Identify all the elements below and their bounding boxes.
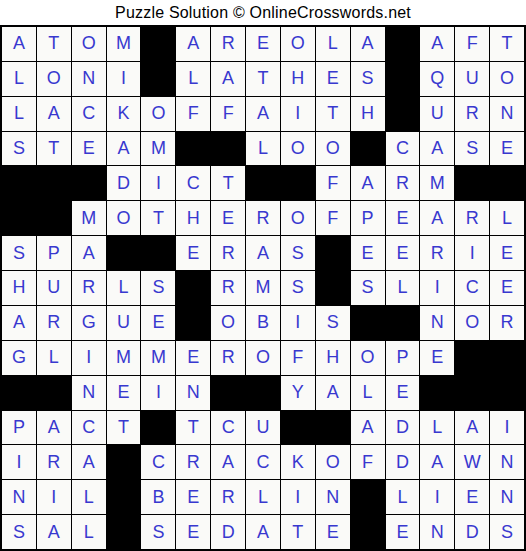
letter-cell: R — [72, 271, 106, 305]
black-cell — [107, 236, 141, 270]
letter-cell: T — [37, 27, 71, 61]
letter-cell: L — [72, 480, 106, 514]
letter-cell: U — [420, 97, 454, 131]
letter-cell: S — [2, 236, 36, 270]
letter-cell: M — [141, 341, 175, 375]
letter-cell: A — [72, 236, 106, 270]
letter-cell: O — [316, 132, 350, 166]
letter-cell: I — [420, 480, 454, 514]
letter-cell: D — [107, 166, 141, 200]
letter-cell: R — [37, 445, 71, 479]
letter-cell: U — [107, 306, 141, 340]
letter-cell: N — [420, 515, 454, 549]
black-cell — [420, 376, 454, 410]
letter-cell: R — [211, 341, 245, 375]
letter-cell: A — [37, 411, 71, 445]
letter-cell: O — [351, 341, 385, 375]
letter-cell: T — [107, 411, 141, 445]
letter-cell: M — [72, 201, 106, 235]
letter-cell: T — [211, 166, 245, 200]
letter-cell: E — [490, 236, 524, 270]
black-cell — [141, 62, 175, 96]
letter-cell: S — [141, 515, 175, 549]
black-cell — [316, 411, 350, 445]
letter-cell: E — [386, 236, 420, 270]
black-cell — [316, 236, 350, 270]
crossword-grid: ATOMAREOLAAFTLONILATHESQUOLACKOFFAITHURN… — [0, 25, 526, 551]
letter-cell: K — [107, 97, 141, 131]
letter-cell: O — [141, 97, 175, 131]
letter-cell: T — [37, 132, 71, 166]
letter-cell: A — [351, 27, 385, 61]
letter-cell: O — [72, 27, 106, 61]
letter-cell: I — [107, 62, 141, 96]
letter-cell: O — [316, 445, 350, 479]
letter-cell: L — [2, 97, 36, 131]
letter-cell: L — [246, 480, 280, 514]
letter-cell: P — [351, 201, 385, 235]
letter-cell: E — [176, 480, 210, 514]
letter-cell: S — [281, 271, 315, 305]
letter-cell: A — [420, 27, 454, 61]
letter-cell: G — [72, 306, 106, 340]
letter-cell: I — [72, 341, 106, 375]
letter-cell: L — [37, 341, 71, 375]
letter-cell: O — [211, 306, 245, 340]
letter-cell: L — [490, 201, 524, 235]
letter-cell: E — [386, 515, 420, 549]
letter-cell: C — [211, 411, 245, 445]
letter-cell: E — [246, 27, 280, 61]
letter-cell: P — [37, 236, 71, 270]
letter-cell: N — [72, 376, 106, 410]
letter-cell: E — [386, 376, 420, 410]
letter-cell: A — [37, 97, 71, 131]
letter-cell: O — [107, 201, 141, 235]
letter-cell: R — [455, 97, 489, 131]
letter-cell: S — [351, 62, 385, 96]
letter-cell: A — [420, 201, 454, 235]
letter-cell: H — [2, 271, 36, 305]
letter-cell: H — [316, 341, 350, 375]
letter-cell: L — [351, 376, 385, 410]
letter-cell: I — [141, 166, 175, 200]
letter-cell: N — [490, 97, 524, 131]
letter-cell: C — [176, 166, 210, 200]
letter-cell: T — [141, 201, 175, 235]
black-cell — [107, 515, 141, 549]
black-cell — [386, 62, 420, 96]
letter-cell: C — [141, 445, 175, 479]
letter-cell: S — [281, 236, 315, 270]
letter-cell: U — [37, 271, 71, 305]
black-cell — [351, 306, 385, 340]
letter-cell: I — [281, 97, 315, 131]
letter-cell: E — [490, 271, 524, 305]
letter-cell: N — [490, 480, 524, 514]
letter-cell: I — [420, 271, 454, 305]
letter-cell: T — [246, 62, 280, 96]
letter-cell: O — [281, 201, 315, 235]
letter-cell: E — [107, 376, 141, 410]
letter-cell: R — [211, 27, 245, 61]
black-cell — [176, 306, 210, 340]
letter-cell: C — [386, 132, 420, 166]
letter-cell: A — [37, 515, 71, 549]
letter-cell: L — [72, 515, 106, 549]
black-cell — [141, 411, 175, 445]
letter-cell: D — [386, 445, 420, 479]
letter-cell: M — [107, 27, 141, 61]
letter-cell: G — [2, 341, 36, 375]
letter-cell: T — [176, 411, 210, 445]
letter-cell: A — [420, 132, 454, 166]
letter-cell: E — [72, 132, 106, 166]
letter-cell: L — [420, 411, 454, 445]
letter-cell: F — [316, 201, 350, 235]
letter-cell: Q — [420, 62, 454, 96]
letter-cell: C — [455, 271, 489, 305]
letter-cell: E — [176, 236, 210, 270]
letter-cell: R — [211, 236, 245, 270]
black-cell — [72, 166, 106, 200]
letter-cell: N — [316, 480, 350, 514]
letter-cell: F — [316, 166, 350, 200]
letter-cell: A — [2, 306, 36, 340]
black-cell — [490, 166, 524, 200]
black-cell — [455, 376, 489, 410]
letter-cell: N — [176, 376, 210, 410]
black-cell — [211, 132, 245, 166]
letter-cell: R — [246, 201, 280, 235]
letter-cell: E — [386, 201, 420, 235]
letter-cell: K — [281, 445, 315, 479]
letter-cell: R — [176, 445, 210, 479]
letter-cell: D — [455, 515, 489, 549]
black-cell — [351, 132, 385, 166]
black-cell — [281, 166, 315, 200]
letter-cell: L — [386, 480, 420, 514]
black-cell — [351, 515, 385, 549]
letter-cell: H — [351, 97, 385, 131]
letter-cell: O — [455, 306, 489, 340]
letter-cell: A — [351, 411, 385, 445]
black-cell — [211, 376, 245, 410]
letter-cell: A — [420, 445, 454, 479]
letter-cell: M — [107, 341, 141, 375]
black-cell — [2, 376, 36, 410]
letter-cell: A — [246, 515, 280, 549]
letter-cell: U — [246, 411, 280, 445]
letter-cell: E — [351, 236, 385, 270]
letter-cell: O — [246, 341, 280, 375]
letter-cell: O — [490, 62, 524, 96]
letter-cell: N — [2, 480, 36, 514]
letter-cell: P — [386, 341, 420, 375]
letter-cell: L — [176, 62, 210, 96]
letter-cell: S — [2, 515, 36, 549]
letter-cell: S — [2, 132, 36, 166]
black-cell — [2, 166, 36, 200]
letter-cell: R — [490, 306, 524, 340]
letter-cell: M — [141, 132, 175, 166]
black-cell — [316, 271, 350, 305]
page-title: Puzzle Solution © OnlineCrosswords.net — [0, 0, 526, 25]
letter-cell: I — [455, 236, 489, 270]
letter-cell: S — [351, 271, 385, 305]
letter-cell: A — [107, 132, 141, 166]
letter-cell: T — [281, 515, 315, 549]
letter-cell: M — [420, 166, 454, 200]
letter-cell: R — [386, 166, 420, 200]
black-cell — [386, 97, 420, 131]
letter-cell: C — [72, 411, 106, 445]
black-cell — [141, 236, 175, 270]
black-cell — [107, 445, 141, 479]
letter-cell: L — [246, 132, 280, 166]
letter-cell: M — [246, 271, 280, 305]
letter-cell: E — [420, 341, 454, 375]
letter-cell: A — [351, 166, 385, 200]
black-cell — [141, 27, 175, 61]
black-cell — [455, 341, 489, 375]
letter-cell: B — [246, 306, 280, 340]
letter-cell: H — [281, 62, 315, 96]
black-cell — [246, 376, 280, 410]
letter-cell: L — [316, 27, 350, 61]
letter-cell: R — [211, 480, 245, 514]
black-cell — [107, 480, 141, 514]
letter-cell: E — [211, 201, 245, 235]
letter-cell: W — [455, 445, 489, 479]
letter-cell: P — [2, 411, 36, 445]
letter-cell: I — [490, 411, 524, 445]
black-cell — [37, 166, 71, 200]
black-cell — [281, 411, 315, 445]
letter-cell: O — [37, 62, 71, 96]
letter-cell: S — [490, 515, 524, 549]
letter-cell: O — [281, 27, 315, 61]
letter-cell: E — [176, 341, 210, 375]
black-cell — [37, 376, 71, 410]
letter-cell: F — [351, 445, 385, 479]
letter-cell: A — [72, 445, 106, 479]
letter-cell: R — [420, 236, 454, 270]
letter-cell: E — [316, 515, 350, 549]
letter-cell: E — [316, 62, 350, 96]
letter-cell: F — [176, 97, 210, 131]
letter-cell: A — [211, 62, 245, 96]
letter-cell: E — [141, 306, 175, 340]
black-cell — [176, 132, 210, 166]
letter-cell: S — [316, 306, 350, 340]
black-cell — [351, 480, 385, 514]
black-cell — [176, 271, 210, 305]
letter-cell: S — [141, 271, 175, 305]
letter-cell: C — [72, 97, 106, 131]
letter-cell: A — [246, 236, 280, 270]
letter-cell: L — [107, 271, 141, 305]
letter-cell: A — [2, 27, 36, 61]
black-cell — [386, 306, 420, 340]
letter-cell: N — [420, 306, 454, 340]
black-cell — [490, 341, 524, 375]
black-cell — [386, 27, 420, 61]
black-cell — [2, 201, 36, 235]
letter-cell: F — [455, 27, 489, 61]
letter-cell: D — [386, 411, 420, 445]
letter-cell: T — [490, 27, 524, 61]
letter-cell: Y — [281, 376, 315, 410]
letter-cell: I — [141, 376, 175, 410]
letter-cell: A — [211, 445, 245, 479]
letter-cell: I — [37, 480, 71, 514]
letter-cell: F — [211, 97, 245, 131]
black-cell — [455, 166, 489, 200]
letter-cell: R — [455, 201, 489, 235]
puzzle-solution-page: Puzzle Solution © OnlineCrosswords.net A… — [0, 0, 526, 551]
letter-cell: L — [2, 62, 36, 96]
letter-cell: A — [176, 27, 210, 61]
letter-cell: R — [211, 271, 245, 305]
letter-cell: A — [316, 376, 350, 410]
letter-cell: N — [72, 62, 106, 96]
letter-cell: H — [176, 201, 210, 235]
letter-cell: E — [455, 480, 489, 514]
letter-cell: O — [281, 132, 315, 166]
letter-cell: R — [37, 306, 71, 340]
letter-cell: I — [2, 445, 36, 479]
letter-cell: S — [455, 132, 489, 166]
letter-cell: E — [176, 515, 210, 549]
letter-cell: E — [490, 132, 524, 166]
letter-cell: I — [281, 306, 315, 340]
black-cell — [37, 201, 71, 235]
letter-cell: A — [246, 97, 280, 131]
letter-cell: T — [316, 97, 350, 131]
letter-cell: C — [246, 445, 280, 479]
letter-cell: U — [455, 62, 489, 96]
letter-cell: B — [141, 480, 175, 514]
black-cell — [490, 376, 524, 410]
black-cell — [246, 166, 280, 200]
letter-cell: A — [455, 411, 489, 445]
letter-cell: D — [211, 515, 245, 549]
letter-cell: F — [281, 341, 315, 375]
letter-cell: I — [281, 480, 315, 514]
letter-cell: L — [386, 271, 420, 305]
letter-cell: N — [490, 445, 524, 479]
